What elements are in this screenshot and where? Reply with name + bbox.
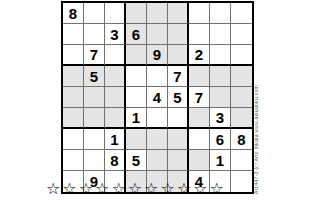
sudoku-cell-r5c1[interactable]	[63, 87, 84, 108]
sudoku-cell-r7c6[interactable]	[168, 129, 189, 150]
sudoku-cell-r4c8[interactable]	[210, 66, 231, 87]
sudoku-cell-r7c4[interactable]	[126, 129, 147, 150]
sudoku-cell-r6c9[interactable]	[231, 108, 252, 129]
sudoku-cell-r3c5[interactable]: 9	[147, 45, 168, 66]
sudoku-cell-r4c4[interactable]	[126, 66, 147, 87]
sudoku-cell-r2c6[interactable]	[168, 24, 189, 45]
sudoku-cell-r5c7[interactable]: 7	[189, 87, 210, 108]
sudoku-cell-r6c1[interactable]	[63, 108, 84, 129]
sudoku-cell-r5c6[interactable]: 5	[168, 87, 189, 108]
sudoku-cell-r3c4[interactable]	[126, 45, 147, 66]
sudoku-cell-r8c8[interactable]: 1	[210, 150, 231, 171]
sudoku-cell-r1c7[interactable]	[189, 3, 210, 24]
sudoku-cell-r5c2[interactable]	[84, 87, 105, 108]
sudoku-cell-r5c9[interactable]	[231, 87, 252, 108]
sudoku-cell-r2c1[interactable]	[63, 24, 84, 45]
sudoku-cell-r7c7[interactable]	[189, 129, 210, 150]
sudoku-cell-r8c2[interactable]	[84, 150, 105, 171]
sudoku-cell-r6c2[interactable]	[84, 108, 105, 129]
sudoku-cell-r2c8[interactable]	[210, 24, 231, 45]
sudoku-cell-r6c7[interactable]	[189, 108, 210, 129]
sudoku-cell-r7c9[interactable]: 8	[231, 129, 252, 150]
sudoku-cell-r6c4[interactable]: 1	[126, 108, 147, 129]
sudoku-cell-r1c2[interactable]	[84, 3, 105, 24]
attribution-text: AI1447-3 (c) Arto Inkala www.aisudoku.co…	[253, 85, 259, 194]
sudoku-cell-r6c3[interactable]	[105, 108, 126, 129]
sudoku-cell-r3c1[interactable]	[63, 45, 84, 66]
sudoku-cell-r7c5[interactable]	[147, 129, 168, 150]
sudoku-cell-r8c5[interactable]	[147, 150, 168, 171]
sudoku-cell-r8c4[interactable]: 5	[126, 150, 147, 171]
sudoku-cell-r8c3[interactable]: 8	[105, 150, 126, 171]
sudoku-cell-r3c7[interactable]: 2	[189, 45, 210, 66]
sudoku-cell-r1c9[interactable]	[231, 3, 252, 24]
sudoku-cell-r6c8[interactable]: 3	[210, 108, 231, 129]
sudoku-cell-r4c2[interactable]: 5	[84, 66, 105, 87]
sudoku-cell-r2c2[interactable]	[84, 24, 105, 45]
sudoku-cell-r2c3[interactable]: 3	[105, 24, 126, 45]
sudoku-cell-r4c1[interactable]	[63, 66, 84, 87]
sudoku-cell-r8c9[interactable]	[231, 150, 252, 171]
sudoku-cell-r7c3[interactable]: 1	[105, 129, 126, 150]
sudoku-cell-r3c8[interactable]	[210, 45, 231, 66]
sudoku-cell-r3c6[interactable]	[168, 45, 189, 66]
sudoku-cell-r5c3[interactable]	[105, 87, 126, 108]
sudoku-cell-r5c8[interactable]	[210, 87, 231, 108]
sudoku-cell-r6c6[interactable]	[168, 108, 189, 129]
sudoku-cell-r1c8[interactable]	[210, 3, 231, 24]
sudoku-board: 836792574571316885194	[61, 1, 254, 194]
sudoku-cell-r1c5[interactable]	[147, 3, 168, 24]
sudoku-cell-r3c3[interactable]	[105, 45, 126, 66]
difficulty-stars: ☆☆☆☆☆☆☆☆☆☆☆	[46, 179, 226, 198]
sudoku-cell-r3c2[interactable]: 7	[84, 45, 105, 66]
sudoku-cell-r8c6[interactable]	[168, 150, 189, 171]
sudoku-cell-r2c4[interactable]: 6	[126, 24, 147, 45]
sudoku-cell-r9c9[interactable]	[231, 171, 252, 192]
sudoku-cell-r4c6[interactable]: 7	[168, 66, 189, 87]
sudoku-cell-r4c5[interactable]	[147, 66, 168, 87]
sudoku-cell-r2c9[interactable]	[231, 24, 252, 45]
sudoku-page: 836792574571316885194 ☆☆☆☆☆☆☆☆☆☆☆ AI1447…	[0, 0, 320, 200]
sudoku-cell-r4c3[interactable]	[105, 66, 126, 87]
sudoku-cell-r1c3[interactable]	[105, 3, 126, 24]
sudoku-cell-r8c1[interactable]	[63, 150, 84, 171]
sudoku-cell-r2c7[interactable]	[189, 24, 210, 45]
sudoku-cell-r1c6[interactable]	[168, 3, 189, 24]
sudoku-cell-r8c7[interactable]	[189, 150, 210, 171]
sudoku-cell-r6c5[interactable]	[147, 108, 168, 129]
sudoku-cell-r4c9[interactable]	[231, 66, 252, 87]
sudoku-cell-r7c1[interactable]	[63, 129, 84, 150]
sudoku-cell-r5c5[interactable]: 4	[147, 87, 168, 108]
sudoku-cell-r3c9[interactable]	[231, 45, 252, 66]
sudoku-cell-r7c8[interactable]: 6	[210, 129, 231, 150]
sudoku-cell-r5c4[interactable]	[126, 87, 147, 108]
sudoku-cell-r2c5[interactable]	[147, 24, 168, 45]
sudoku-cell-r1c1[interactable]: 8	[63, 3, 84, 24]
sudoku-cell-r4c7[interactable]	[189, 66, 210, 87]
sudoku-cell-r1c4[interactable]	[126, 3, 147, 24]
sudoku-cell-r7c2[interactable]	[84, 129, 105, 150]
